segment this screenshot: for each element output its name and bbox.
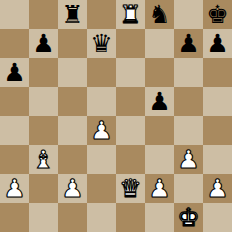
square-a8[interactable] <box>0 0 29 29</box>
square-g1[interactable]: ♚ <box>174 203 203 232</box>
square-d1[interactable] <box>87 203 116 232</box>
square-c1[interactable] <box>58 203 87 232</box>
black-pawn[interactable]: ♟ <box>148 87 170 116</box>
black-knight[interactable]: ♞ <box>148 0 170 29</box>
square-b6[interactable] <box>29 58 58 87</box>
white-pawn[interactable]: ♟ <box>177 145 199 174</box>
white-pawn[interactable]: ♟ <box>206 174 228 203</box>
square-e4[interactable] <box>116 116 145 145</box>
square-a4[interactable] <box>0 116 29 145</box>
white-king[interactable]: ♚ <box>177 203 199 232</box>
square-c4[interactable] <box>58 116 87 145</box>
square-a3[interactable] <box>0 145 29 174</box>
white-pawn[interactable]: ♟ <box>3 174 25 203</box>
black-pawn[interactable]: ♟ <box>3 58 25 87</box>
square-f8[interactable]: ♞ <box>145 0 174 29</box>
square-h5[interactable] <box>203 87 232 116</box>
square-c2[interactable]: ♟ <box>58 174 87 203</box>
black-pawn[interactable]: ♟ <box>206 29 228 58</box>
square-h3[interactable] <box>203 145 232 174</box>
square-b4[interactable] <box>29 116 58 145</box>
square-b5[interactable] <box>29 87 58 116</box>
square-a6[interactable]: ♟ <box>0 58 29 87</box>
square-d2[interactable] <box>87 174 116 203</box>
square-d6[interactable] <box>87 58 116 87</box>
white-pawn[interactable]: ♟ <box>148 174 170 203</box>
white-rook[interactable]: ♜ <box>119 0 141 29</box>
square-e7[interactable] <box>116 29 145 58</box>
square-h8[interactable]: ♚ <box>203 0 232 29</box>
black-rook[interactable]: ♜ <box>61 0 83 29</box>
square-c5[interactable] <box>58 87 87 116</box>
white-queen[interactable]: ♛ <box>119 174 141 203</box>
square-c6[interactable] <box>58 58 87 87</box>
square-e8[interactable]: ♜ <box>116 0 145 29</box>
square-g5[interactable] <box>174 87 203 116</box>
square-b1[interactable] <box>29 203 58 232</box>
square-h4[interactable] <box>203 116 232 145</box>
square-a7[interactable] <box>0 29 29 58</box>
square-f6[interactable] <box>145 58 174 87</box>
square-d4[interactable]: ♟ <box>87 116 116 145</box>
square-f7[interactable] <box>145 29 174 58</box>
square-c3[interactable] <box>58 145 87 174</box>
square-f3[interactable] <box>145 145 174 174</box>
square-c7[interactable] <box>58 29 87 58</box>
white-pawn[interactable]: ♟ <box>61 174 83 203</box>
square-c8[interactable]: ♜ <box>58 0 87 29</box>
square-b3[interactable]: ♝ <box>29 145 58 174</box>
square-f4[interactable] <box>145 116 174 145</box>
square-d3[interactable] <box>87 145 116 174</box>
square-d7[interactable]: ♛ <box>87 29 116 58</box>
black-pawn[interactable]: ♟ <box>177 29 199 58</box>
square-e1[interactable] <box>116 203 145 232</box>
square-f5[interactable]: ♟ <box>145 87 174 116</box>
square-a5[interactable] <box>0 87 29 116</box>
square-h1[interactable] <box>203 203 232 232</box>
square-g7[interactable]: ♟ <box>174 29 203 58</box>
square-g4[interactable] <box>174 116 203 145</box>
square-d8[interactable] <box>87 0 116 29</box>
square-g2[interactable] <box>174 174 203 203</box>
square-e3[interactable] <box>116 145 145 174</box>
square-g3[interactable]: ♟ <box>174 145 203 174</box>
white-bishop[interactable]: ♝ <box>32 145 54 174</box>
square-b7[interactable]: ♟ <box>29 29 58 58</box>
square-h6[interactable] <box>203 58 232 87</box>
square-f2[interactable]: ♟ <box>145 174 174 203</box>
square-a2[interactable]: ♟ <box>0 174 29 203</box>
black-pawn[interactable]: ♟ <box>32 29 54 58</box>
square-b2[interactable] <box>29 174 58 203</box>
square-f1[interactable] <box>145 203 174 232</box>
square-g6[interactable] <box>174 58 203 87</box>
square-a1[interactable] <box>0 203 29 232</box>
square-e5[interactable] <box>116 87 145 116</box>
square-e6[interactable] <box>116 58 145 87</box>
black-king[interactable]: ♚ <box>206 0 228 29</box>
square-g8[interactable] <box>174 0 203 29</box>
square-e2[interactable]: ♛ <box>116 174 145 203</box>
black-queen[interactable]: ♛ <box>90 29 112 58</box>
square-b8[interactable] <box>29 0 58 29</box>
chess-board: ♜♜♞♚♟♛♟♟♟♟♟♝♟♟♟♛♟♟♚ <box>0 0 232 232</box>
square-h2[interactable]: ♟ <box>203 174 232 203</box>
square-d5[interactable] <box>87 87 116 116</box>
square-h7[interactable]: ♟ <box>203 29 232 58</box>
white-pawn[interactable]: ♟ <box>90 116 112 145</box>
